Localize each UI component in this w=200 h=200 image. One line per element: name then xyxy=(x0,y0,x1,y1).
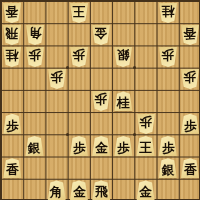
board-cell-3d[interactable] xyxy=(134,68,156,90)
piece-kanji: 歩 xyxy=(161,47,174,62)
board-cell-9d[interactable] xyxy=(1,68,23,90)
board-cell-2f[interactable] xyxy=(157,112,179,134)
piece-kanji: 銀 xyxy=(28,141,41,156)
piece-kanji: 飛 xyxy=(6,25,19,40)
piece-kanji: 歩 xyxy=(95,91,108,106)
board-cell-4f[interactable] xyxy=(112,112,134,134)
board-cell-7f[interactable] xyxy=(45,112,67,134)
piece-kanji: 香 xyxy=(184,25,197,40)
board-cell-8i[interactable] xyxy=(23,179,45,200)
board-cell-1a[interactable] xyxy=(179,1,200,23)
piece-kanji: 角 xyxy=(50,185,63,200)
board-cell-8a[interactable] xyxy=(23,1,45,23)
piece-kanji: 歩 xyxy=(28,47,41,62)
piece-kanji: 歩 xyxy=(117,141,130,156)
piece-kanji: 金 xyxy=(95,141,108,156)
piece-kanji: 銀 xyxy=(117,47,130,62)
piece-kanji: 歩 xyxy=(139,114,152,129)
piece-kanji: 桂 xyxy=(117,96,130,111)
board-cell-2b[interactable] xyxy=(157,23,179,45)
board-cell-1c[interactable] xyxy=(179,45,200,67)
board-cell-8d[interactable] xyxy=(23,68,45,90)
board-cell-4a[interactable] xyxy=(112,1,134,23)
piece-kanji: 歩 xyxy=(50,69,63,84)
board-cell-9e[interactable] xyxy=(1,90,23,112)
board-cell-2e[interactable] xyxy=(157,90,179,112)
board-cell-8e[interactable] xyxy=(23,90,45,112)
board-cell-5h[interactable] xyxy=(90,157,112,179)
board-cell-1e[interactable] xyxy=(179,90,200,112)
piece-kanji: 桂 xyxy=(6,47,19,62)
board-cell-1i[interactable] xyxy=(179,179,200,200)
piece-kanji: 銀 xyxy=(161,163,174,178)
piece-kanji: 歩 xyxy=(73,47,86,62)
board-cell-6h[interactable] xyxy=(68,157,90,179)
piece-kanji: 香 xyxy=(6,3,19,18)
piece-kanji: 歩 xyxy=(184,69,197,84)
board-cell-2i[interactable] xyxy=(157,179,179,200)
board-cell-7h[interactable] xyxy=(45,157,67,179)
piece-kanji: 王 xyxy=(139,141,152,156)
piece-kanji: 王 xyxy=(73,3,86,18)
board-cell-3h[interactable] xyxy=(134,157,156,179)
piece-kanji: 桂 xyxy=(161,3,174,18)
board-cell-3a[interactable] xyxy=(134,1,156,23)
board-cell-4h[interactable] xyxy=(112,157,134,179)
board-cell-2d[interactable] xyxy=(157,68,179,90)
board-cell-5f[interactable] xyxy=(90,112,112,134)
board-cell-7g[interactable] xyxy=(45,134,67,156)
board-cell-6b[interactable] xyxy=(68,23,90,45)
board-cell-5c[interactable] xyxy=(90,45,112,67)
hoshi-dot xyxy=(66,133,69,136)
hoshi-dot xyxy=(133,66,136,69)
board-cell-7c[interactable] xyxy=(45,45,67,67)
board-cell-7a[interactable] xyxy=(45,1,67,23)
board-cell-3c[interactable] xyxy=(134,45,156,67)
piece-kanji: 歩 xyxy=(184,119,197,134)
piece-kanji: 歩 xyxy=(161,141,174,156)
board-cell-6e[interactable] xyxy=(68,90,90,112)
board-cell-4i[interactable] xyxy=(112,179,134,200)
board-cell-3e[interactable] xyxy=(134,90,156,112)
board-cell-6f[interactable] xyxy=(68,112,90,134)
board-cell-6d[interactable] xyxy=(68,68,90,90)
piece-kanji: 香 xyxy=(6,163,19,178)
shogi-app: 香王桂飛角金香桂歩歩銀歩歩歩歩桂歩歩歩銀歩金歩王歩香銀香角金飛金 xyxy=(0,0,200,200)
piece-kanji: 歩 xyxy=(73,141,86,156)
board-cell-9i[interactable] xyxy=(1,179,23,200)
piece-kanji: 歩 xyxy=(6,119,19,134)
piece-kanji: 金 xyxy=(73,185,86,200)
shogi-board: 香王桂飛角金香桂歩歩銀歩歩歩歩桂歩歩歩銀歩金歩王歩香銀香角金飛金 xyxy=(0,0,200,200)
board-cell-7b[interactable] xyxy=(45,23,67,45)
board-cell-4b[interactable] xyxy=(112,23,134,45)
board-cell-1g[interactable] xyxy=(179,134,200,156)
piece-kanji: 香 xyxy=(184,163,197,178)
board-cell-5a[interactable] xyxy=(90,1,112,23)
board-cell-4d[interactable] xyxy=(112,68,134,90)
board-cell-7e[interactable] xyxy=(45,90,67,112)
piece-kanji: 飛 xyxy=(95,185,108,200)
piece-kanji: 金 xyxy=(95,25,108,40)
board-cell-3b[interactable] xyxy=(134,23,156,45)
hoshi-dot xyxy=(133,133,136,136)
board-cell-9g[interactable] xyxy=(1,134,23,156)
piece-kanji: 金 xyxy=(139,185,152,200)
board-cell-8h[interactable] xyxy=(23,157,45,179)
piece-kanji: 角 xyxy=(28,25,41,40)
board-cell-8f[interactable] xyxy=(23,112,45,134)
board-cell-5d[interactable] xyxy=(90,68,112,90)
